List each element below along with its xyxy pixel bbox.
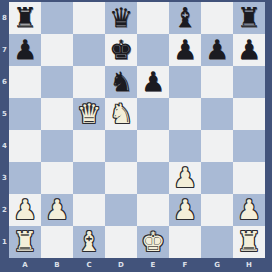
square-g1[interactable] [201,226,233,258]
square-b5[interactable] [41,98,73,130]
square-e4[interactable] [137,130,169,162]
white-pawn[interactable]: ♟ [13,194,37,226]
square-c2[interactable] [73,194,105,226]
black-pawn[interactable]: ♟ [173,34,197,66]
square-f7[interactable]: ♟ [169,34,201,66]
square-d6[interactable]: ♞ [105,66,137,98]
white-rook[interactable]: ♜ [13,226,37,258]
rank-label-8: 8 [0,2,9,34]
square-a7[interactable]: ♟ [9,34,41,66]
square-a4[interactable] [9,130,41,162]
file-label-f: F [169,258,201,272]
square-b4[interactable] [41,130,73,162]
rank-label-2: 2 [0,194,9,226]
square-a6[interactable] [9,66,41,98]
square-e8[interactable] [137,2,169,34]
white-pawn[interactable]: ♟ [45,194,69,226]
square-g6[interactable] [201,66,233,98]
square-h7[interactable]: ♟ [233,34,265,66]
square-c5[interactable]: ♛ [73,98,105,130]
file-label-c: C [73,258,105,272]
square-b3[interactable] [41,162,73,194]
square-b7[interactable] [41,34,73,66]
chess-board: ♜♛♝♜♟♚♟♟♟♞♟♛♞♟♟♟♟♟♜♝♚♜ [9,2,265,258]
square-a8[interactable]: ♜ [9,2,41,34]
square-b6[interactable] [41,66,73,98]
square-g4[interactable] [201,130,233,162]
rank-labels: 87654321 [0,2,9,258]
rank-label-3: 3 [0,162,9,194]
square-f5[interactable] [169,98,201,130]
black-rook[interactable]: ♜ [13,2,37,34]
file-label-b: B [41,258,73,272]
square-h4[interactable] [233,130,265,162]
square-f3[interactable]: ♟ [169,162,201,194]
black-pawn[interactable]: ♟ [205,34,229,66]
white-pawn[interactable]: ♟ [173,194,197,226]
square-d5[interactable]: ♞ [105,98,137,130]
square-f8[interactable]: ♝ [169,2,201,34]
black-king[interactable]: ♚ [109,34,133,66]
square-b8[interactable] [41,2,73,34]
square-h8[interactable]: ♜ [233,2,265,34]
white-pawn[interactable]: ♟ [237,194,261,226]
square-c1[interactable]: ♝ [73,226,105,258]
white-bishop[interactable]: ♝ [77,226,101,258]
square-g2[interactable] [201,194,233,226]
square-c4[interactable] [73,130,105,162]
file-label-h: H [233,258,265,272]
square-f4[interactable] [169,130,201,162]
square-g5[interactable] [201,98,233,130]
square-d2[interactable] [105,194,137,226]
file-label-a: A [9,258,41,272]
square-a1[interactable]: ♜ [9,226,41,258]
white-queen[interactable]: ♛ [77,98,101,130]
square-g8[interactable] [201,2,233,34]
square-f1[interactable] [169,226,201,258]
square-c6[interactable] [73,66,105,98]
square-h6[interactable] [233,66,265,98]
file-labels: ABCDEFGH [9,258,265,272]
white-king[interactable]: ♚ [141,226,165,258]
rank-label-5: 5 [0,98,9,130]
square-e2[interactable] [137,194,169,226]
square-d4[interactable] [105,130,137,162]
rank-label-1: 1 [0,226,9,258]
black-pawn[interactable]: ♟ [141,66,165,98]
square-c8[interactable] [73,2,105,34]
rank-label-7: 7 [0,34,9,66]
file-label-d: D [105,258,137,272]
square-e5[interactable] [137,98,169,130]
square-e3[interactable] [137,162,169,194]
file-label-g: G [201,258,233,272]
square-a2[interactable]: ♟ [9,194,41,226]
square-e7[interactable] [137,34,169,66]
white-knight[interactable]: ♞ [109,98,133,130]
square-c3[interactable] [73,162,105,194]
square-e1[interactable]: ♚ [137,226,169,258]
square-a3[interactable] [9,162,41,194]
square-g3[interactable] [201,162,233,194]
black-pawn[interactable]: ♟ [13,34,37,66]
square-d3[interactable] [105,162,137,194]
black-pawn[interactable]: ♟ [237,34,261,66]
square-d1[interactable] [105,226,137,258]
rank-label-4: 4 [0,130,9,162]
black-knight[interactable]: ♞ [109,66,133,98]
file-label-e: E [137,258,169,272]
square-b1[interactable] [41,226,73,258]
square-e6[interactable]: ♟ [137,66,169,98]
square-d7[interactable]: ♚ [105,34,137,66]
black-queen[interactable]: ♛ [109,2,133,34]
square-h1[interactable]: ♜ [233,226,265,258]
black-rook[interactable]: ♜ [237,2,261,34]
square-c7[interactable] [73,34,105,66]
square-h5[interactable] [233,98,265,130]
square-d8[interactable]: ♛ [105,2,137,34]
black-bishop[interactable]: ♝ [173,2,197,34]
square-f2[interactable]: ♟ [169,194,201,226]
square-h3[interactable] [233,162,265,194]
square-a5[interactable] [9,98,41,130]
square-b2[interactable]: ♟ [41,194,73,226]
square-h2[interactable]: ♟ [233,194,265,226]
square-f6[interactable] [169,66,201,98]
rank-label-6: 6 [0,66,9,98]
white-pawn[interactable]: ♟ [173,162,197,194]
square-g7[interactable]: ♟ [201,34,233,66]
white-rook[interactable]: ♜ [237,226,261,258]
chess-board-frame: 87654321 ♜♛♝♜♟♚♟♟♟♞♟♛♞♟♟♟♟♟♜♝♚♜ ABCDEFGH [0,0,272,272]
